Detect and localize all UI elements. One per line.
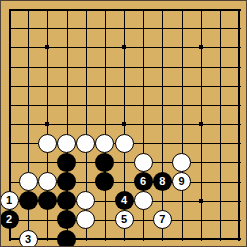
move-number-label: 9 bbox=[178, 175, 184, 187]
white-stone[interactable] bbox=[76, 134, 95, 153]
move-number-label: 6 bbox=[140, 175, 146, 187]
black-stone-move-8[interactable]: 8 bbox=[153, 172, 172, 191]
white-stone[interactable] bbox=[38, 134, 57, 153]
black-stone[interactable] bbox=[19, 191, 38, 210]
grid-line-horizontal bbox=[9, 28, 241, 29]
hoshi-point bbox=[122, 45, 126, 49]
grid-line-horizontal bbox=[9, 67, 241, 68]
white-stone-move-7[interactable]: 7 bbox=[153, 210, 172, 229]
white-stone-move-1[interactable]: 1 bbox=[0, 191, 19, 210]
black-stone[interactable] bbox=[38, 191, 57, 210]
white-stone[interactable] bbox=[57, 134, 76, 153]
white-stone-move-5[interactable]: 5 bbox=[115, 210, 134, 229]
white-stone[interactable] bbox=[76, 210, 95, 229]
black-stone-move-2[interactable]: 2 bbox=[0, 210, 19, 229]
grid-line-vertical bbox=[220, 9, 221, 241]
grid-line-horizontal bbox=[9, 238, 241, 240]
white-stone[interactable] bbox=[172, 153, 191, 172]
black-stone-move-4[interactable]: 4 bbox=[115, 191, 134, 210]
grid-line-vertical bbox=[162, 9, 163, 241]
black-stone[interactable] bbox=[57, 210, 76, 229]
grid-line-vertical bbox=[105, 9, 106, 241]
hoshi-point bbox=[199, 122, 203, 126]
move-number-label: 4 bbox=[121, 194, 127, 206]
black-stone[interactable] bbox=[95, 153, 114, 172]
white-stone[interactable] bbox=[38, 172, 57, 191]
move-number-label: 5 bbox=[121, 213, 127, 225]
white-stone[interactable] bbox=[134, 191, 153, 210]
white-stone[interactable] bbox=[134, 153, 153, 172]
hoshi-point bbox=[199, 199, 203, 203]
hoshi-point bbox=[45, 45, 49, 49]
move-number-label: 2 bbox=[6, 213, 12, 225]
go-diagram: 689142573 bbox=[0, 0, 247, 247]
hoshi-point bbox=[45, 122, 49, 126]
hoshi-point bbox=[199, 45, 203, 49]
grid-line-horizontal bbox=[9, 105, 241, 106]
grid-line-vertical bbox=[182, 9, 183, 241]
white-stone[interactable] bbox=[19, 172, 38, 191]
go-board[interactable]: 689142573 bbox=[9, 9, 239, 239]
move-number-label: 7 bbox=[159, 213, 165, 225]
white-stone[interactable] bbox=[115, 134, 134, 153]
black-stone-move-6[interactable]: 6 bbox=[134, 172, 153, 191]
white-stone[interactable] bbox=[76, 191, 95, 210]
white-stone-move-9[interactable]: 9 bbox=[172, 172, 191, 191]
white-stone-move-3[interactable]: 3 bbox=[19, 230, 38, 247]
move-number-label: 8 bbox=[159, 175, 165, 187]
hoshi-point bbox=[122, 122, 126, 126]
grid-line-vertical bbox=[238, 9, 240, 241]
black-stone[interactable] bbox=[57, 172, 76, 191]
black-stone[interactable] bbox=[57, 153, 76, 172]
black-stone[interactable] bbox=[95, 172, 114, 191]
grid-line-horizontal bbox=[9, 162, 241, 163]
white-stone[interactable] bbox=[95, 134, 114, 153]
black-stone[interactable] bbox=[57, 191, 76, 210]
grid-line-horizontal bbox=[9, 9, 241, 11]
move-number-label: 3 bbox=[25, 233, 31, 245]
move-number-label: 1 bbox=[6, 194, 12, 206]
grid-line-horizontal bbox=[9, 86, 241, 87]
black-stone[interactable] bbox=[57, 230, 76, 247]
